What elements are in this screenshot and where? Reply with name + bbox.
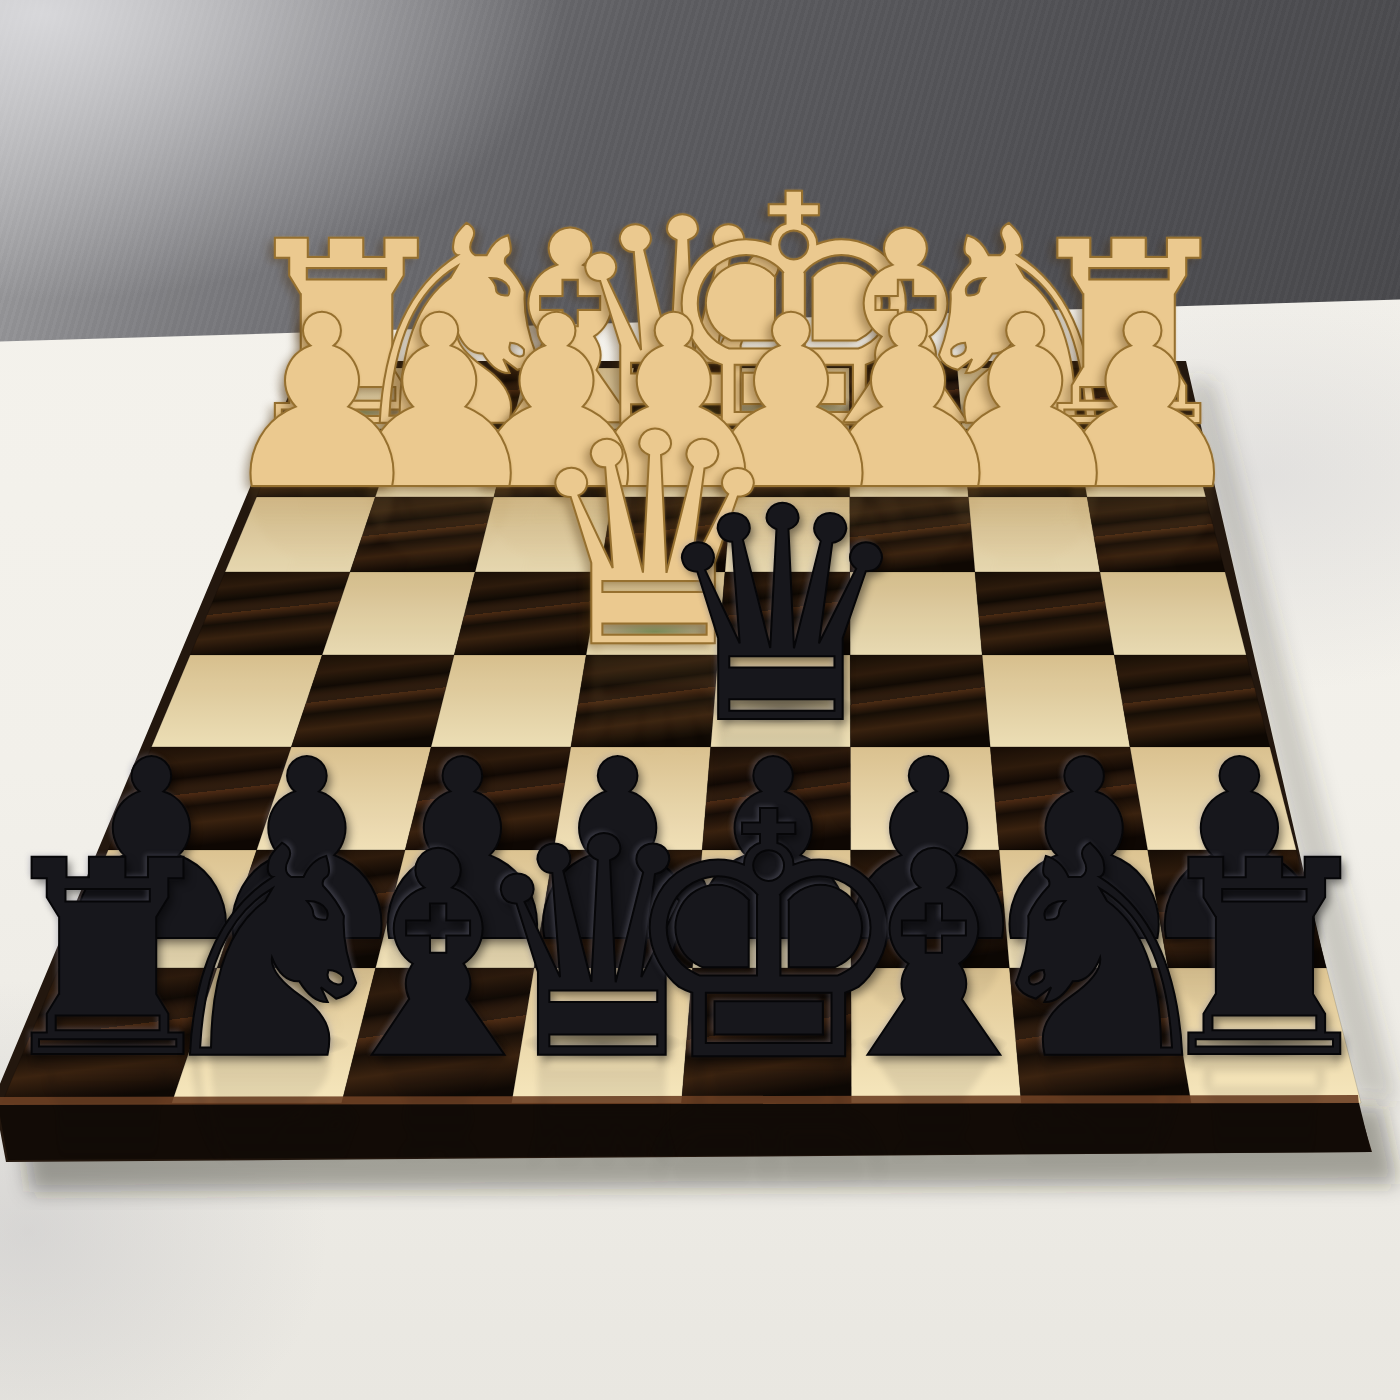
depth-haze [257,429,1206,497]
chess-board[interactable] [0,0,1400,1400]
depth-haze [108,747,1296,850]
board-side-front [0,1103,1371,1160]
photo-scene: ♜♜♞♞♝♝♛♛♚♚♝♝♞♞♜♜♟♟♟♟♟♟♟♟♟♟♟♟♟♟♟♟♛♛♛♛♟♟♟♟… [0,0,1400,1400]
depth-haze [59,850,1327,968]
depth-haze [285,368,1188,429]
depth-haze [2,968,1361,1103]
depth-haze [152,655,1270,747]
depth-haze [225,497,1225,572]
board-squares [2,368,1361,1103]
depth-haze [190,572,1246,655]
